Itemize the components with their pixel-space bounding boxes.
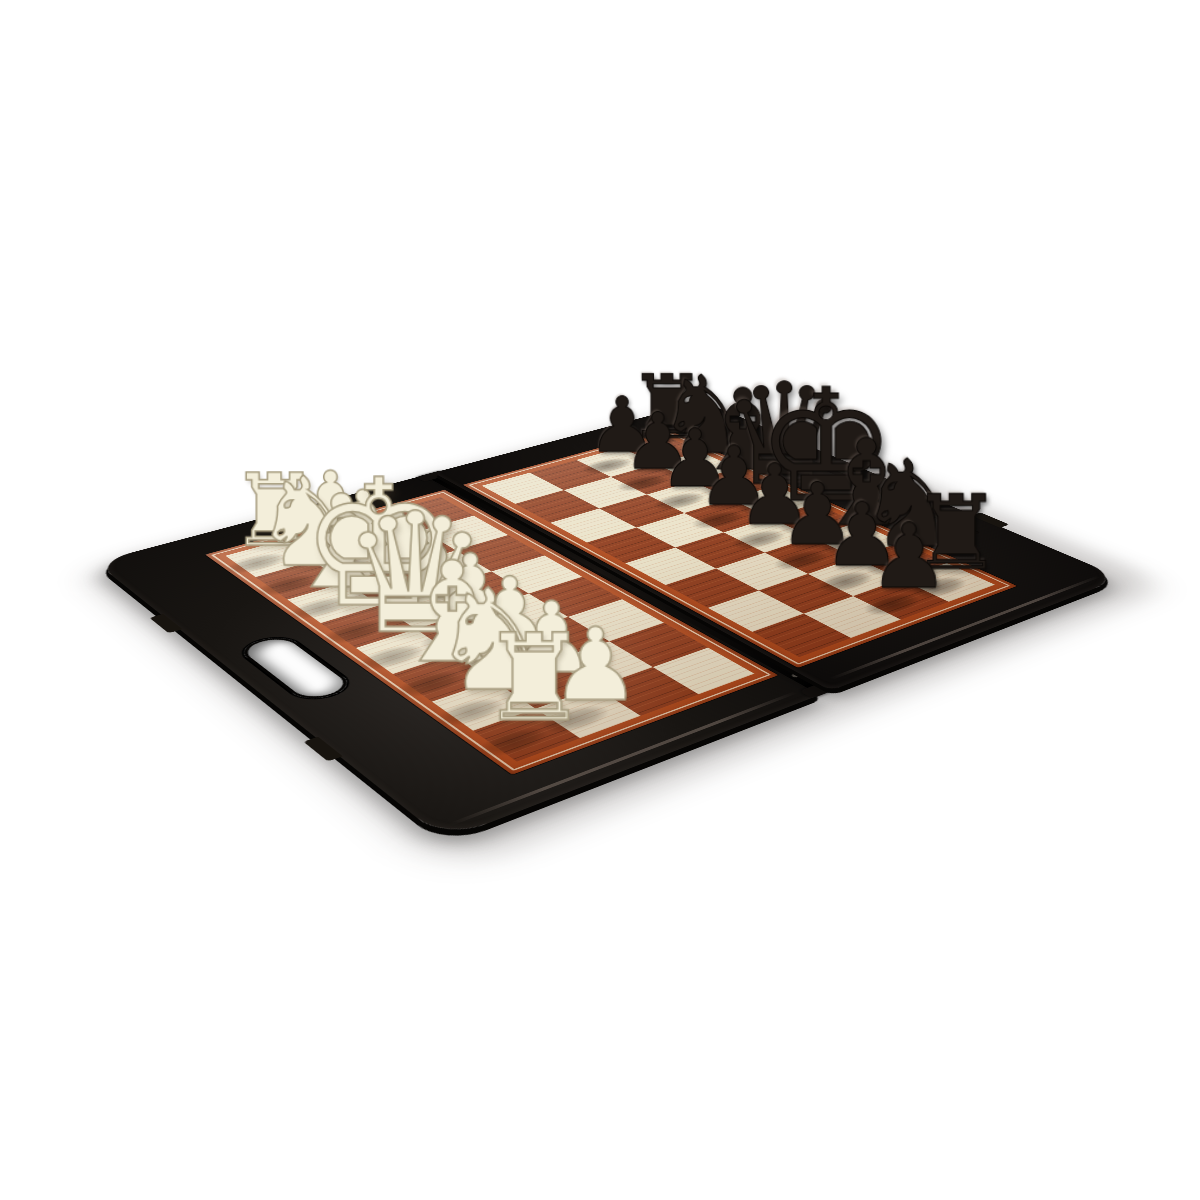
product-photo-scene: ♜♞♝♛♚♝♞♜♟♟♟♟♟♟♟♟♟♟♟♟♟♟♟♟♜♞♝♚♛♝♞♜ bbox=[0, 0, 1200, 1200]
white-rook-glyph: ♜ bbox=[342, 618, 727, 739]
black-pawn-glyph: ♟ bbox=[741, 512, 1077, 602]
chess-board-3d: ♜♞♝♛♚♝♞♜♟♟♟♟♟♟♟♟♟♟♟♟♟♟♟♟♜♞♝♚♛♝♞♜ bbox=[95, 401, 1122, 840]
